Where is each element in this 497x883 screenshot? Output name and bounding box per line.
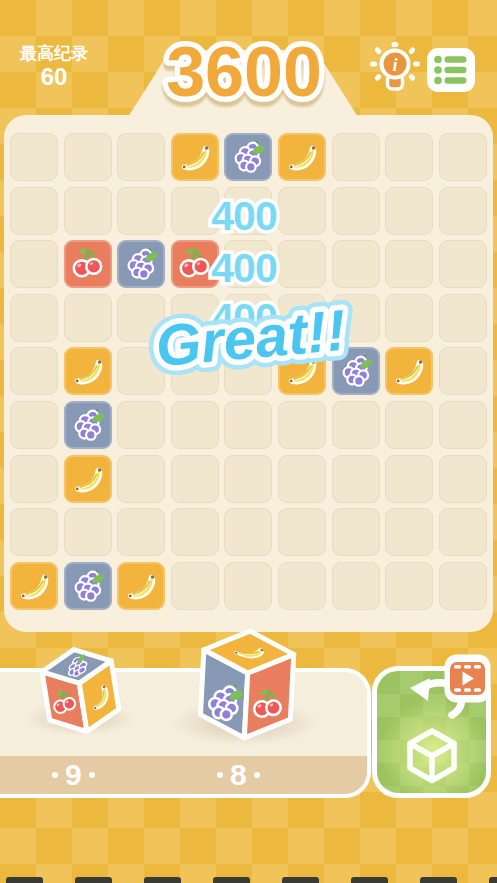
grape-icon: [122, 245, 160, 283]
tile-banana[interactable]: [278, 133, 326, 181]
board-cell[interactable]: [439, 187, 487, 235]
cherry-icon: [176, 245, 214, 283]
banana-icon: [283, 138, 321, 176]
tile-grape[interactable]: [224, 133, 272, 181]
board-cell[interactable]: [10, 294, 58, 342]
video-ad-button[interactable]: [444, 654, 491, 703]
tile-grape[interactable]: [117, 240, 165, 288]
game-board: [4, 115, 493, 632]
board-grid: [10, 133, 487, 610]
bottom-dash: [282, 877, 319, 883]
board-cell[interactable]: [171, 294, 219, 342]
board-cell[interactable]: [171, 508, 219, 556]
board-cell[interactable]: [278, 294, 326, 342]
undo-arrow-head: [410, 679, 430, 701]
banana-icon: [69, 352, 107, 390]
board-cell[interactable]: [64, 133, 112, 181]
board-cell[interactable]: [439, 347, 487, 395]
tile-banana[interactable]: [117, 562, 165, 610]
board-cell[interactable]: [10, 401, 58, 449]
board-cell[interactable]: [224, 347, 272, 395]
board-cell[interactable]: [278, 508, 326, 556]
count-dot: [254, 772, 260, 778]
board-cell[interactable]: [10, 187, 58, 235]
banana-icon: [15, 567, 53, 605]
board-cell[interactable]: [171, 401, 219, 449]
svg-text:i: i: [392, 55, 397, 75]
board-cell[interactable]: [385, 508, 433, 556]
board-cell[interactable]: [117, 455, 165, 503]
tile-banana[interactable]: [171, 133, 219, 181]
bottom-dash: [144, 877, 181, 883]
video-ad-icon: [445, 655, 491, 703]
board-cell[interactable]: [439, 562, 487, 610]
board-cell[interactable]: [171, 455, 219, 503]
banana-icon: [69, 460, 107, 498]
tile-banana[interactable]: [385, 347, 433, 395]
board-cell[interactable]: [171, 347, 219, 395]
board-cell[interactable]: [10, 133, 58, 181]
board-cell[interactable]: [439, 294, 487, 342]
list-menu-icon: [427, 48, 475, 92]
tile-banana[interactable]: [64, 347, 112, 395]
board-cell[interactable]: [332, 294, 380, 342]
board-cell[interactable]: [117, 187, 165, 235]
bottom-dash: [420, 877, 457, 883]
grape-icon: [69, 567, 107, 605]
dice-cube-icon: [410, 731, 454, 781]
tile-banana[interactable]: [278, 347, 326, 395]
bottom-dash: [6, 877, 43, 883]
current-score: 3600: [113, 18, 375, 114]
grape-icon: [69, 406, 107, 444]
board-cell[interactable]: [332, 508, 380, 556]
banana-icon: [176, 138, 214, 176]
bottom-dash: [213, 877, 250, 883]
grape-icon: [229, 138, 267, 176]
board-cell[interactable]: [332, 401, 380, 449]
die-small[interactable]: [34, 642, 128, 742]
grape-icon: [337, 352, 375, 390]
board-cell[interactable]: [439, 240, 487, 288]
board-cell[interactable]: [278, 240, 326, 288]
board-cell[interactable]: [332, 240, 380, 288]
count-dot: [52, 772, 58, 778]
best-score-block: 最高纪录 60: [8, 44, 100, 90]
tile-grape[interactable]: [332, 347, 380, 395]
board-cell[interactable]: [278, 455, 326, 503]
board-cell[interactable]: [439, 401, 487, 449]
board-cell[interactable]: [117, 401, 165, 449]
die-small-count: 9: [52, 756, 95, 794]
board-cell[interactable]: [439, 508, 487, 556]
board-cell[interactable]: [117, 294, 165, 342]
board-cell[interactable]: [224, 455, 272, 503]
tile-banana[interactable]: [64, 455, 112, 503]
count-dot: [217, 772, 223, 778]
board-cell[interactable]: [278, 562, 326, 610]
board-cell[interactable]: [117, 133, 165, 181]
board-cell[interactable]: [439, 455, 487, 503]
cherry-icon: [69, 245, 107, 283]
board-cell[interactable]: [278, 187, 326, 235]
tile-grape[interactable]: [64, 562, 112, 610]
bottom-dash: [75, 877, 112, 883]
board-cell[interactable]: [117, 508, 165, 556]
board-cell[interactable]: [64, 294, 112, 342]
board-cell[interactable]: [117, 347, 165, 395]
board-cell[interactable]: [171, 562, 219, 610]
board-cell[interactable]: [64, 187, 112, 235]
board-cell[interactable]: [332, 562, 380, 610]
die-large-count: 8: [217, 756, 260, 794]
banana-icon: [122, 567, 160, 605]
tile-cherry[interactable]: [64, 240, 112, 288]
tile-cherry[interactable]: [171, 240, 219, 288]
board-cell[interactable]: [332, 133, 380, 181]
board-cell[interactable]: [10, 347, 58, 395]
board-cell[interactable]: [385, 187, 433, 235]
board-cell[interactable]: [385, 401, 433, 449]
die-large[interactable]: [188, 624, 306, 750]
board-cell[interactable]: [224, 401, 272, 449]
board-cell[interactable]: [385, 294, 433, 342]
tile-grape[interactable]: [64, 401, 112, 449]
board-cell[interactable]: [224, 240, 272, 288]
tile-banana[interactable]: [10, 562, 58, 610]
best-score-label: 最高纪录: [8, 44, 100, 64]
board-cell[interactable]: [10, 240, 58, 288]
banana-icon: [283, 352, 321, 390]
count-dot: [89, 772, 95, 778]
board-cell[interactable]: [278, 401, 326, 449]
banana-icon: [390, 352, 428, 390]
board-cell[interactable]: [385, 455, 433, 503]
bottom-dash: [489, 877, 497, 883]
board-cell[interactable]: [439, 133, 487, 181]
board-cell[interactable]: [385, 562, 433, 610]
best-score-value: 60: [8, 64, 100, 90]
hint-bulb-button[interactable]: i: [370, 42, 420, 96]
board-cell[interactable]: [10, 455, 58, 503]
dice-count-band: 9 8: [0, 756, 367, 794]
svg-text:3600: 3600: [166, 33, 322, 111]
board-cell[interactable]: [10, 508, 58, 556]
board-cell[interactable]: [171, 187, 219, 235]
menu-list-button[interactable]: [426, 47, 476, 93]
board-cell[interactable]: [385, 240, 433, 288]
board-cell[interactable]: [224, 187, 272, 235]
board-cell[interactable]: [332, 455, 380, 503]
bottom-dash: [351, 877, 388, 883]
board-cell[interactable]: [64, 508, 112, 556]
board-cell[interactable]: [332, 187, 380, 235]
board-cell[interactable]: [224, 294, 272, 342]
board-cell[interactable]: [224, 508, 272, 556]
lightbulb-info-icon: i: [370, 42, 420, 89]
board-cell[interactable]: [385, 133, 433, 181]
board-cell[interactable]: [224, 562, 272, 610]
